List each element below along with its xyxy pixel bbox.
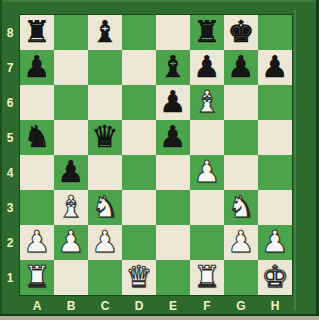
- square-e7[interactable]: ♝: [156, 50, 190, 85]
- file-label-b: B: [54, 295, 88, 316]
- square-b2[interactable]: ♟: [54, 225, 88, 260]
- rank-label-2: 2: [0, 225, 20, 260]
- rank-label-8: 8: [0, 15, 20, 50]
- square-a4[interactable]: [20, 155, 54, 190]
- square-f1[interactable]: ♜: [190, 260, 224, 295]
- square-c8[interactable]: ♝: [88, 15, 122, 50]
- square-d4[interactable]: [122, 155, 156, 190]
- square-h4[interactable]: [258, 155, 292, 190]
- piece-black-rook[interactable]: ♜: [194, 17, 221, 47]
- square-e5[interactable]: ♟: [156, 120, 190, 155]
- square-b5[interactable]: [54, 120, 88, 155]
- square-g2[interactable]: ♟: [224, 225, 258, 260]
- piece-white-pawn[interactable]: ♟: [228, 227, 255, 257]
- file-label-h: H: [258, 295, 292, 316]
- frame-bevel-right-highlight: [294, 10, 296, 310]
- square-h8[interactable]: [258, 15, 292, 50]
- piece-black-queen[interactable]: ♛: [92, 122, 119, 152]
- piece-white-rook[interactable]: ♜: [24, 262, 51, 292]
- square-g3[interactable]: ♞: [224, 190, 258, 225]
- square-b3[interactable]: ♝: [54, 190, 88, 225]
- piece-black-bishop[interactable]: ♝: [92, 17, 119, 47]
- piece-white-bishop[interactable]: ♝: [194, 87, 221, 117]
- square-e8[interactable]: [156, 15, 190, 50]
- square-c5[interactable]: ♛: [88, 120, 122, 155]
- square-c3[interactable]: ♞: [88, 190, 122, 225]
- piece-black-pawn[interactable]: ♟: [194, 52, 221, 82]
- square-d8[interactable]: [122, 15, 156, 50]
- piece-black-rook[interactable]: ♜: [24, 17, 51, 47]
- piece-white-pawn[interactable]: ♟: [92, 227, 119, 257]
- piece-black-pawn[interactable]: ♟: [58, 157, 85, 187]
- square-b1[interactable]: [54, 260, 88, 295]
- square-h6[interactable]: [258, 85, 292, 120]
- chess-board-frame: 87654321 ♜♝♜♚♟♝♟♟♟♟♝♞♛♟♟♟♝♞♞♟♟♟♟♟♜♛♜♚ AB…: [0, 0, 319, 320]
- square-h2[interactable]: ♟: [258, 225, 292, 260]
- file-labels-row: ABCDEFGH: [20, 295, 292, 316]
- square-c6[interactable]: [88, 85, 122, 120]
- chess-board[interactable]: ♜♝♜♚♟♝♟♟♟♟♝♞♛♟♟♟♝♞♞♟♟♟♟♟♜♛♜♚: [20, 15, 292, 295]
- square-g7[interactable]: ♟: [224, 50, 258, 85]
- square-a6[interactable]: [20, 85, 54, 120]
- file-label-c: C: [88, 295, 122, 316]
- piece-white-pawn[interactable]: ♟: [24, 227, 51, 257]
- square-a3[interactable]: [20, 190, 54, 225]
- square-d7[interactable]: [122, 50, 156, 85]
- piece-black-pawn[interactable]: ♟: [228, 52, 255, 82]
- piece-black-pawn[interactable]: ♟: [160, 87, 187, 117]
- piece-black-bishop[interactable]: ♝: [160, 52, 187, 82]
- piece-black-pawn[interactable]: ♟: [160, 122, 187, 152]
- square-g1[interactable]: [224, 260, 258, 295]
- rank-label-4: 4: [0, 155, 20, 190]
- square-f4[interactable]: ♟: [190, 155, 224, 190]
- piece-black-pawn[interactable]: ♟: [262, 52, 289, 82]
- square-a7[interactable]: ♟: [20, 50, 54, 85]
- piece-black-pawn[interactable]: ♟: [24, 52, 51, 82]
- square-g5[interactable]: [224, 120, 258, 155]
- piece-white-knight[interactable]: ♞: [228, 192, 255, 222]
- piece-white-queen[interactable]: ♛: [126, 262, 153, 292]
- square-b8[interactable]: [54, 15, 88, 50]
- file-label-e: E: [156, 295, 190, 316]
- square-c4[interactable]: [88, 155, 122, 190]
- square-a2[interactable]: ♟: [20, 225, 54, 260]
- rank-label-1: 1: [0, 260, 20, 295]
- square-h3[interactable]: [258, 190, 292, 225]
- piece-white-pawn[interactable]: ♟: [58, 227, 85, 257]
- file-label-d: D: [122, 295, 156, 316]
- square-a1[interactable]: ♜: [20, 260, 54, 295]
- square-d1[interactable]: ♛: [122, 260, 156, 295]
- square-g4[interactable]: [224, 155, 258, 190]
- piece-black-knight[interactable]: ♞: [24, 122, 51, 152]
- piece-white-knight[interactable]: ♞: [92, 192, 119, 222]
- square-d5[interactable]: [122, 120, 156, 155]
- piece-white-bishop[interactable]: ♝: [58, 192, 85, 222]
- square-e1[interactable]: [156, 260, 190, 295]
- rank-label-3: 3: [0, 190, 20, 225]
- square-b6[interactable]: [54, 85, 88, 120]
- square-c7[interactable]: [88, 50, 122, 85]
- square-a8[interactable]: ♜: [20, 15, 54, 50]
- square-e2[interactable]: [156, 225, 190, 260]
- square-f2[interactable]: [190, 225, 224, 260]
- square-h7[interactable]: ♟: [258, 50, 292, 85]
- square-e3[interactable]: [156, 190, 190, 225]
- frame-bottom-strip: [0, 316, 319, 320]
- square-g8[interactable]: ♚: [224, 15, 258, 50]
- piece-black-king[interactable]: ♚: [228, 17, 255, 47]
- file-label-g: G: [224, 295, 258, 316]
- piece-white-pawn[interactable]: ♟: [262, 227, 289, 257]
- square-h1[interactable]: ♚: [258, 260, 292, 295]
- square-e6[interactable]: ♟: [156, 85, 190, 120]
- rank-label-6: 6: [0, 85, 20, 120]
- file-label-f: F: [190, 295, 224, 316]
- piece-white-rook[interactable]: ♜: [194, 262, 221, 292]
- square-b7[interactable]: [54, 50, 88, 85]
- frame-bevel-top: [0, 0, 319, 2]
- square-g6[interactable]: [224, 85, 258, 120]
- square-a5[interactable]: ♞: [20, 120, 54, 155]
- square-b4[interactable]: ♟: [54, 155, 88, 190]
- square-d2[interactable]: [122, 225, 156, 260]
- square-d3[interactable]: [122, 190, 156, 225]
- rank-label-7: 7: [0, 50, 20, 85]
- file-label-a: A: [20, 295, 54, 316]
- square-f5[interactable]: [190, 120, 224, 155]
- square-f3[interactable]: [190, 190, 224, 225]
- square-h5[interactable]: [258, 120, 292, 155]
- square-f8[interactable]: ♜: [190, 15, 224, 50]
- rank-labels-column: 87654321: [0, 15, 20, 295]
- square-f7[interactable]: ♟: [190, 50, 224, 85]
- square-c1[interactable]: [88, 260, 122, 295]
- square-d6[interactable]: [122, 85, 156, 120]
- square-e4[interactable]: [156, 155, 190, 190]
- rank-label-5: 5: [0, 120, 20, 155]
- piece-white-pawn[interactable]: ♟: [194, 157, 221, 187]
- frame-bevel-right-shadow: [316, 0, 319, 316]
- square-c2[interactable]: ♟: [88, 225, 122, 260]
- square-f6[interactable]: ♝: [190, 85, 224, 120]
- piece-white-king[interactable]: ♚: [262, 262, 289, 292]
